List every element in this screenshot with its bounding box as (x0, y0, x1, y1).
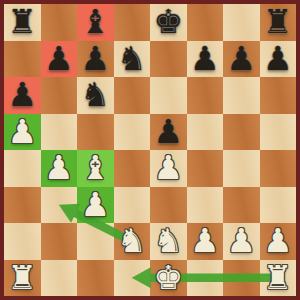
piece-white-knight-e2[interactable]: ♞ (150, 223, 187, 260)
piece-white-knight-d2[interactable]: ♞ (114, 223, 151, 260)
piece-black-pawn-c7[interactable]: ♟ (77, 41, 114, 78)
piece-white-king-e1[interactable]: ♚ (150, 260, 187, 297)
piece-black-pawn-h7[interactable]: ♟ (260, 41, 297, 78)
board-pieces: ♜♝♚♜♟♟♞♟♟♟♟♞♟♟♟♝♟♟♞♞♟♟♟♜♚♜ (4, 4, 296, 296)
piece-white-bishop-c4[interactable]: ♝ (77, 150, 114, 187)
piece-white-pawn-b4[interactable]: ♟ (41, 150, 78, 187)
piece-black-pawn-f7[interactable]: ♟ (187, 41, 224, 78)
piece-black-rook-a8[interactable]: ♜ (4, 4, 41, 41)
piece-black-knight-d7[interactable]: ♞ (114, 41, 151, 78)
piece-white-pawn-h2[interactable]: ♟ (260, 223, 297, 260)
piece-black-bishop-c8[interactable]: ♝ (77, 4, 114, 41)
piece-black-knight-c6[interactable]: ♞ (77, 77, 114, 114)
piece-white-pawn-f2[interactable]: ♟ (187, 223, 224, 260)
piece-white-pawn-c3[interactable]: ♟ (77, 187, 114, 224)
piece-black-pawn-a6[interactable]: ♟ (4, 77, 41, 114)
piece-black-pawn-g7[interactable]: ♟ (223, 41, 260, 78)
chess-board: ♜♝♚♜♟♟♞♟♟♟♟♞♟♟♟♝♟♟♞♞♟♟♟♜♚♜ (0, 0, 300, 300)
piece-white-pawn-g2[interactable]: ♟ (223, 223, 260, 260)
piece-white-pawn-a5[interactable]: ♟ (4, 114, 41, 151)
piece-black-king-e8[interactable]: ♚ (150, 4, 187, 41)
piece-black-rook-h8[interactable]: ♜ (260, 4, 297, 41)
piece-white-rook-h1[interactable]: ♜ (260, 260, 297, 297)
chess-app: ♜♝♚♜♟♟♞♟♟♟♟♞♟♟♟♝♟♟♞♞♟♟♟♜♚♜ (0, 0, 300, 300)
piece-white-pawn-e4[interactable]: ♟ (150, 150, 187, 187)
piece-white-rook-a1[interactable]: ♜ (4, 260, 41, 297)
piece-black-pawn-e5[interactable]: ♟ (150, 114, 187, 151)
piece-black-pawn-b7[interactable]: ♟ (41, 41, 78, 78)
